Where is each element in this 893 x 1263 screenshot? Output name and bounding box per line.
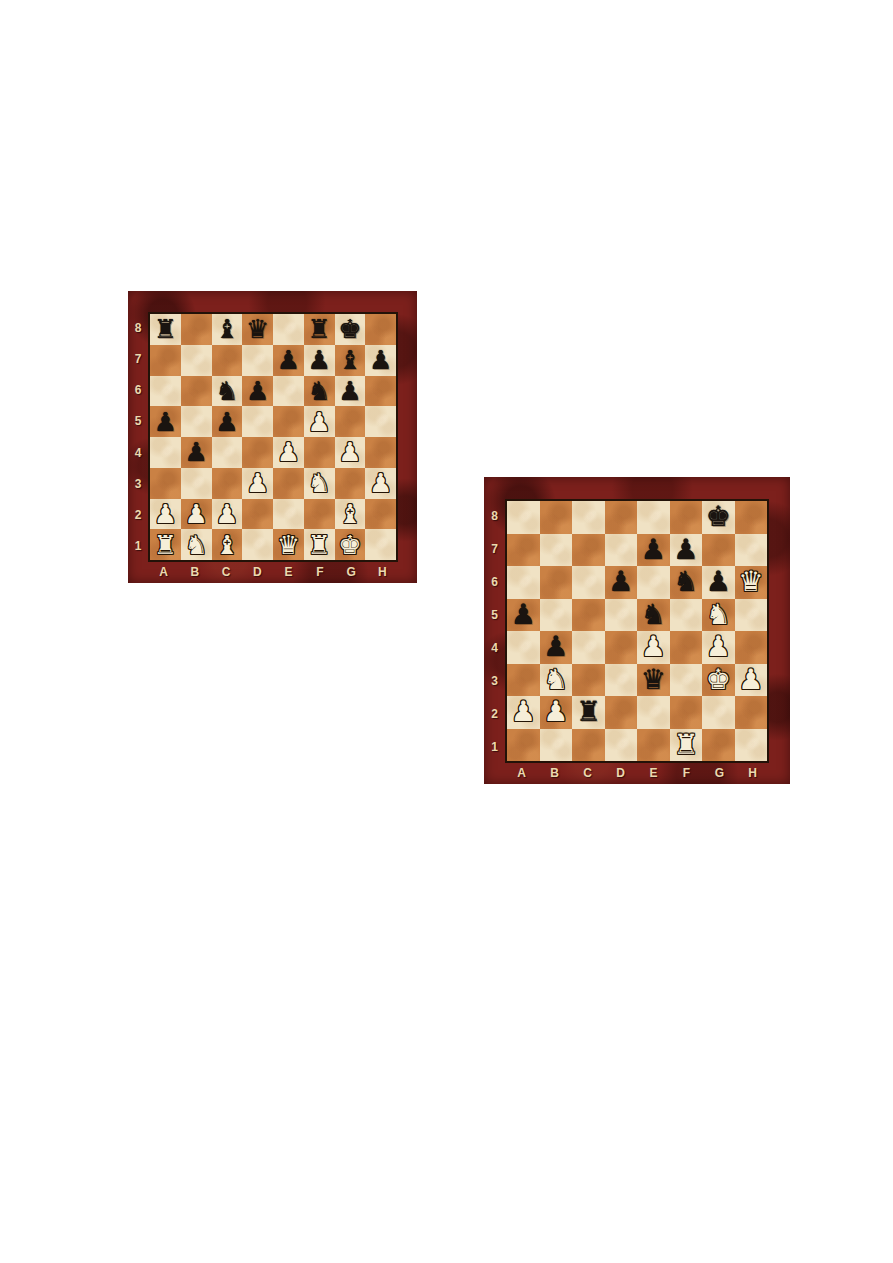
square-f8: [670, 501, 703, 534]
square-b7: [181, 345, 212, 376]
piece-white-pawn: ♟: [150, 499, 181, 530]
square-e5: [273, 406, 304, 437]
square-c3: [212, 468, 243, 499]
piece-black-pawn: ♟: [637, 534, 670, 567]
square-d8: ♛: [242, 314, 273, 345]
square-f6: ♞: [304, 376, 335, 407]
square-c6: [572, 566, 605, 599]
square-a8: [507, 501, 540, 534]
square-d8: [605, 501, 638, 534]
piece-black-knight: ♞: [637, 599, 670, 632]
square-a2: ♟: [150, 499, 181, 530]
square-g2: [702, 696, 735, 729]
piece-white-pawn: ♟: [181, 499, 212, 530]
square-g3: ♚: [702, 664, 735, 697]
piece-white-knight: ♞: [540, 664, 573, 697]
square-f8: ♜: [304, 314, 335, 345]
board-grid-1: ♜♝♛♜♚♟♟♝♟♞♟♞♟♟♟♟♟♟♟♟♞♟♟♟♟♝♜♞♝♛♜♚: [148, 312, 398, 562]
square-a7: [507, 534, 540, 567]
piece-white-pawn: ♟: [540, 696, 573, 729]
square-a3: [150, 468, 181, 499]
square-e4: ♟: [273, 437, 304, 468]
square-b6: [540, 566, 573, 599]
file-label-e: E: [273, 562, 304, 582]
piece-black-pawn: ♟: [365, 345, 396, 376]
square-c4: [212, 437, 243, 468]
piece-white-knight: ♞: [702, 599, 735, 632]
rank-label-4: 4: [484, 631, 505, 664]
square-b1: ♞: [181, 529, 212, 560]
piece-black-pawn: ♟: [507, 599, 540, 632]
piece-white-rook: ♜: [304, 529, 335, 560]
square-e6: [637, 566, 670, 599]
square-f1: ♜: [304, 529, 335, 560]
board-grid-2: ♚♟♟♟♞♟♛♟♞♞♟♟♟♞♛♚♟♟♟♜♜: [505, 499, 769, 763]
square-c1: ♝: [212, 529, 243, 560]
piece-black-knight: ♞: [670, 566, 703, 599]
piece-white-knight: ♞: [181, 529, 212, 560]
square-c8: ♝: [212, 314, 243, 345]
file-label-a: A: [505, 763, 538, 783]
square-h5: [735, 599, 768, 632]
square-d2: [242, 499, 273, 530]
square-b8: [540, 501, 573, 534]
square-b2: ♟: [540, 696, 573, 729]
piece-black-rook: ♜: [304, 314, 335, 345]
piece-black-bishop: ♝: [335, 345, 366, 376]
piece-black-king: ♚: [702, 501, 735, 534]
square-d7: [605, 534, 638, 567]
rank-label-3: 3: [128, 468, 148, 499]
square-f7: ♟: [670, 534, 703, 567]
square-d4: [242, 437, 273, 468]
chess-board-1: 87654321 ABCDEFGH ♜♝♛♜♚♟♟♝♟♞♟♞♟♟♟♟♟♟♟♟♞♟…: [128, 291, 417, 583]
square-d3: [605, 664, 638, 697]
square-f3: ♞: [304, 468, 335, 499]
piece-white-rook: ♜: [150, 529, 181, 560]
rank-label-6: 6: [484, 565, 505, 598]
square-f6: ♞: [670, 566, 703, 599]
square-g7: [702, 534, 735, 567]
square-a4: [507, 631, 540, 664]
piece-black-pawn: ♟: [273, 345, 304, 376]
square-c1: [572, 729, 605, 762]
square-e8: [637, 501, 670, 534]
square-g5: [335, 406, 366, 437]
square-a1: [507, 729, 540, 762]
square-c2: ♜: [572, 696, 605, 729]
square-e1: ♛: [273, 529, 304, 560]
piece-white-bishop: ♝: [335, 499, 366, 530]
square-h7: [735, 534, 768, 567]
square-d7: [242, 345, 273, 376]
square-g4: ♟: [335, 437, 366, 468]
square-a6: [150, 376, 181, 407]
piece-white-king: ♚: [702, 664, 735, 697]
square-a5: ♟: [507, 599, 540, 632]
piece-white-queen: ♛: [273, 529, 304, 560]
piece-black-rook: ♜: [572, 696, 605, 729]
piece-white-pawn: ♟: [242, 468, 273, 499]
piece-black-pawn: ♟: [605, 566, 638, 599]
rank-label-3: 3: [484, 664, 505, 697]
file-label-b: B: [538, 763, 571, 783]
square-a2: ♟: [507, 696, 540, 729]
file-label-d: D: [604, 763, 637, 783]
rank-label-5: 5: [484, 598, 505, 631]
file-label-b: B: [179, 562, 210, 582]
square-h5: [365, 406, 396, 437]
square-f5: [670, 599, 703, 632]
square-h6: [365, 376, 396, 407]
piece-white-pawn: ♟: [212, 499, 243, 530]
square-d6: ♟: [242, 376, 273, 407]
square-c4: [572, 631, 605, 664]
piece-black-pawn: ♟: [181, 437, 212, 468]
square-d6: ♟: [605, 566, 638, 599]
rank-label-6: 6: [128, 375, 148, 406]
piece-black-rook: ♜: [150, 314, 181, 345]
square-c2: ♟: [212, 499, 243, 530]
square-c7: [572, 534, 605, 567]
square-e1: [637, 729, 670, 762]
piece-white-pawn: ♟: [507, 696, 540, 729]
square-a5: ♟: [150, 406, 181, 437]
piece-white-king: ♚: [335, 529, 366, 560]
square-h4: [735, 631, 768, 664]
square-b4: ♟: [181, 437, 212, 468]
piece-white-pawn: ♟: [637, 631, 670, 664]
square-e2: [637, 696, 670, 729]
file-labels: ABCDEFGH: [505, 763, 769, 783]
square-d1: [605, 729, 638, 762]
square-e7: ♟: [637, 534, 670, 567]
square-e3: [273, 468, 304, 499]
square-e8: [273, 314, 304, 345]
square-b3: ♞: [540, 664, 573, 697]
piece-white-pawn: ♟: [335, 437, 366, 468]
square-f2: [304, 499, 335, 530]
square-h3: ♟: [365, 468, 396, 499]
piece-white-pawn: ♟: [273, 437, 304, 468]
square-d1: [242, 529, 273, 560]
square-h1: [735, 729, 768, 762]
rank-label-1: 1: [128, 531, 148, 562]
square-g7: ♝: [335, 345, 366, 376]
square-d2: [605, 696, 638, 729]
square-h2: [365, 499, 396, 530]
file-labels: ABCDEFGH: [148, 562, 398, 582]
piece-white-pawn: ♟: [702, 631, 735, 664]
square-a3: [507, 664, 540, 697]
square-d5: [605, 599, 638, 632]
square-e4: ♟: [637, 631, 670, 664]
square-b3: [181, 468, 212, 499]
piece-black-pawn: ♟: [335, 376, 366, 407]
piece-black-queen: ♛: [242, 314, 273, 345]
square-g8: ♚: [335, 314, 366, 345]
file-label-e: E: [637, 763, 670, 783]
piece-black-pawn: ♟: [540, 631, 573, 664]
square-g4: ♟: [702, 631, 735, 664]
square-g1: ♚: [335, 529, 366, 560]
square-b5: [540, 599, 573, 632]
square-a6: [507, 566, 540, 599]
square-f4: [304, 437, 335, 468]
square-e2: [273, 499, 304, 530]
square-b8: [181, 314, 212, 345]
rank-label-7: 7: [128, 343, 148, 374]
square-d5: [242, 406, 273, 437]
piece-white-rook: ♜: [670, 729, 703, 762]
chess-board-2: 87654321 ABCDEFGH ♚♟♟♟♞♟♛♟♞♞♟♟♟♞♛♚♟♟♟♜♜: [484, 477, 790, 784]
piece-white-pawn: ♟: [304, 406, 335, 437]
piece-black-pawn: ♟: [670, 534, 703, 567]
file-label-h: H: [736, 763, 769, 783]
square-f4: [670, 631, 703, 664]
square-f3: [670, 664, 703, 697]
square-h6: ♛: [735, 566, 768, 599]
piece-black-king: ♚: [335, 314, 366, 345]
square-c7: [212, 345, 243, 376]
square-e6: [273, 376, 304, 407]
square-h8: [735, 501, 768, 534]
square-h8: [365, 314, 396, 345]
piece-black-knight: ♞: [212, 376, 243, 407]
square-f2: [670, 696, 703, 729]
rank-label-8: 8: [484, 499, 505, 532]
square-c5: [572, 599, 605, 632]
square-g2: ♝: [335, 499, 366, 530]
square-a1: ♜: [150, 529, 181, 560]
rank-labels: 87654321: [128, 312, 148, 562]
square-d3: ♟: [242, 468, 273, 499]
piece-black-queen: ♛: [637, 664, 670, 697]
file-label-g: G: [336, 562, 367, 582]
file-label-f: F: [304, 562, 335, 582]
square-g6: ♟: [702, 566, 735, 599]
piece-black-pawn: ♟: [242, 376, 273, 407]
square-h3: ♟: [735, 664, 768, 697]
piece-white-pawn: ♟: [735, 664, 768, 697]
square-h2: [735, 696, 768, 729]
square-g6: ♟: [335, 376, 366, 407]
square-f7: ♟: [304, 345, 335, 376]
square-c3: [572, 664, 605, 697]
square-h1: [365, 529, 396, 560]
file-label-c: C: [571, 763, 604, 783]
square-c8: [572, 501, 605, 534]
square-b1: [540, 729, 573, 762]
square-a4: [150, 437, 181, 468]
piece-black-knight: ♞: [304, 376, 335, 407]
square-d4: [605, 631, 638, 664]
file-label-h: H: [367, 562, 398, 582]
square-g8: ♚: [702, 501, 735, 534]
square-c5: ♟: [212, 406, 243, 437]
piece-black-pawn: ♟: [212, 406, 243, 437]
square-b2: ♟: [181, 499, 212, 530]
piece-black-pawn: ♟: [150, 406, 181, 437]
square-b4: ♟: [540, 631, 573, 664]
piece-white-queen: ♛: [735, 566, 768, 599]
square-h7: ♟: [365, 345, 396, 376]
square-h4: [365, 437, 396, 468]
square-b7: [540, 534, 573, 567]
rank-label-8: 8: [128, 312, 148, 343]
square-a7: [150, 345, 181, 376]
piece-white-knight: ♞: [304, 468, 335, 499]
file-label-d: D: [242, 562, 273, 582]
square-e7: ♟: [273, 345, 304, 376]
file-label-f: F: [670, 763, 703, 783]
file-label-a: A: [148, 562, 179, 582]
square-g1: [702, 729, 735, 762]
square-e5: ♞: [637, 599, 670, 632]
square-a8: ♜: [150, 314, 181, 345]
rank-label-4: 4: [128, 437, 148, 468]
rank-label-2: 2: [128, 500, 148, 531]
piece-white-bishop: ♝: [212, 529, 243, 560]
square-c6: ♞: [212, 376, 243, 407]
square-g3: [335, 468, 366, 499]
rank-label-7: 7: [484, 532, 505, 565]
rank-label-1: 1: [484, 730, 505, 763]
square-e3: ♛: [637, 664, 670, 697]
rank-label-5: 5: [128, 406, 148, 437]
square-b5: [181, 406, 212, 437]
square-g5: ♞: [702, 599, 735, 632]
piece-black-pawn: ♟: [702, 566, 735, 599]
square-f5: ♟: [304, 406, 335, 437]
file-label-g: G: [703, 763, 736, 783]
piece-black-bishop: ♝: [212, 314, 243, 345]
piece-white-pawn: ♟: [365, 468, 396, 499]
piece-black-pawn: ♟: [304, 345, 335, 376]
square-f1: ♜: [670, 729, 703, 762]
square-b6: [181, 376, 212, 407]
file-label-c: C: [211, 562, 242, 582]
rank-label-2: 2: [484, 697, 505, 730]
rank-labels: 87654321: [484, 499, 505, 763]
